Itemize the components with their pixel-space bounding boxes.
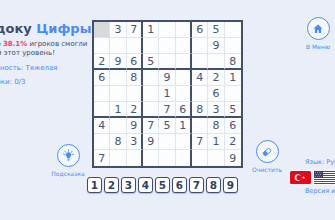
sudoku-cell-r9c5[interactable] [159,150,175,166]
numpad-button-2[interactable]: 2 [104,177,119,193]
sudoku-cell-r6c4[interactable] [143,102,159,118]
sudoku-cell-r8c6[interactable] [176,134,192,150]
sudoku-cell-r8c9[interactable]: 2 [225,134,241,150]
stat-percent: 38.1% [3,40,27,48]
sudoku-cell-r2c5[interactable] [159,38,175,54]
sudoku-cell-r4c6[interactable] [176,70,192,86]
sudoku-cell-r6c1[interactable] [94,102,110,118]
stat-line1-suffix: игроков смогли [29,40,87,48]
menu-button-circle[interactable] [307,17,330,40]
clear-button-circle[interactable] [256,140,279,163]
sudoku-cell-r5c8[interactable]: 6 [208,86,224,102]
sudoku-cell-r3c4[interactable]: 5 [143,54,159,70]
sudoku-cell-r3c8[interactable] [208,54,224,70]
sudoku-cell-r7c1[interactable]: 4 [94,118,110,134]
title-accent: Цифры [36,21,91,36]
sudoku-cell-r6c5[interactable]: 7 [159,102,175,118]
sudoku-cell-r9c4[interactable] [143,150,159,166]
sudoku-cell-r7c6[interactable]: 1 [176,118,192,134]
clear-button[interactable]: Очистить [254,140,280,173]
home-icon [312,23,324,35]
sudoku-cell-r4c2[interactable] [110,70,126,86]
numpad-button-4[interactable]: 4 [138,177,153,193]
hint-button[interactable]: Подсказка [55,144,81,177]
language-label: Язык: Русский [305,158,335,166]
sudoku-cell-r4c8[interactable]: 2 [208,70,224,86]
sudoku-cell-r2c7[interactable] [192,38,208,54]
eraser-icon [261,146,273,158]
sudoku-cell-r9c3[interactable] [127,150,143,166]
sudoku-cell-r3c2[interactable]: 9 [110,54,126,70]
turkey-flag[interactable] [290,171,311,184]
sudoku-cell-r3c3[interactable]: 6 [127,54,143,70]
sudoku-cell-r2c4[interactable] [143,38,159,54]
version-label: Версия игры [305,187,335,195]
sudoku-cell-r9c1[interactable]: 7 [94,150,110,166]
numpad-button-3[interactable]: 3 [121,177,136,193]
sudoku-cell-r5c5[interactable]: 1 [159,86,175,102]
sudoku-cell-r9c8[interactable] [208,150,224,166]
sudoku-cell-r4c4[interactable] [143,70,159,86]
sudoku-cell-r1c5[interactable] [159,22,175,38]
sudoku-cell-r9c6[interactable] [176,150,192,166]
sudoku-cell-r5c4[interactable] [143,86,159,102]
sudoku-cell-r7c9[interactable]: 6 [225,118,241,134]
lightbulb-icon [62,149,75,162]
sudoku-cell-r2c6[interactable] [176,38,192,54]
sudoku-cell-r7c4[interactable]: 7 [143,118,159,134]
clear-button-label: Очистить [252,166,282,173]
sudoku-cell-r6c3[interactable]: 2 [127,102,143,118]
sudoku-cell-r8c4[interactable]: 9 [143,134,159,150]
sudoku-cell-r6c8[interactable]: 3 [208,102,224,118]
sudoku-cell-r1c8[interactable]: 5 [208,22,224,38]
numpad-button-8[interactable]: 8 [206,177,221,193]
numpad-button-9[interactable]: 9 [223,177,238,193]
sudoku-cell-r3c1[interactable]: 2 [94,54,110,70]
sudoku-cell-r2c9[interactable] [225,38,241,54]
sudoku-cell-r1c7[interactable]: 6 [192,22,208,38]
sudoku-cell-r1c3[interactable]: 7 [127,22,143,38]
sudoku-cell-r5c9[interactable] [225,86,241,102]
sudoku-cell-r2c1[interactable] [94,38,110,54]
sudoku-cell-r5c1[interactable] [94,86,110,102]
mistakes-counter: Ошибки: 0/3 [0,78,25,86]
sudoku-cell-r4c5[interactable]: 9 [159,70,175,86]
sudoku-cell-r7c3[interactable]: 9 [127,118,143,134]
difficulty-label: Сложность: Тяжелая [0,64,58,72]
sudoku-cell-r4c7[interactable]: 4 [192,70,208,86]
sudoku-cell-r8c3[interactable]: 3 [127,134,143,150]
sudoku-cell-r3c6[interactable] [176,54,192,70]
numpad-button-6[interactable]: 6 [172,177,187,193]
sudoku-cell-r7c7[interactable] [192,118,208,134]
sudoku-cell-r4c9[interactable]: 1 [225,70,241,86]
sudoku-cell-r3c9[interactable]: 8 [225,54,241,70]
sudoku-cell-r8c2[interactable]: 8 [110,134,126,150]
hint-button-label: Подсказка [51,170,84,177]
sudoku-cell-r8c7[interactable]: 7 [192,134,208,150]
sudoku-cell-r8c1[interactable] [94,134,110,150]
numpad-button-5[interactable]: 5 [155,177,170,193]
sudoku-cell-r6c2[interactable]: 1 [110,102,126,118]
sudoku-cell-r1c4[interactable]: 1 [143,22,159,38]
sudoku-cell-r2c3[interactable] [127,38,143,54]
sudoku-cell-r6c6[interactable]: 6 [176,102,192,118]
sudoku-cell-r7c8[interactable]: 8 [208,118,224,134]
page-title: Судоку Цифры [0,21,91,36]
numpad-button-7[interactable]: 7 [189,177,204,193]
title-prefix: Судоку [0,21,32,36]
sudoku-cell-r1c9[interactable] [225,22,241,38]
sudoku-cell-r7c5[interactable]: 5 [159,118,175,134]
sudoku-board: 3716592965868942116127683549751868397127… [92,20,243,168]
sudoku-cell-r6c7[interactable]: 8 [192,102,208,118]
numpad-button-1[interactable]: 1 [87,177,102,193]
stat-line1-prefix: Только [0,40,1,48]
sudoku-cell-r9c7[interactable] [192,150,208,166]
sudoku-cell-r8c5[interactable] [159,134,175,150]
sudoku-cell-r2c8[interactable]: 9 [208,38,224,54]
sudoku-cell-r3c7[interactable] [192,54,208,70]
menu-button[interactable]: В Меню [305,17,331,50]
sudoku-cell-r2c2[interactable] [110,38,126,54]
sudoku-cell-r5c2[interactable] [110,86,126,102]
sudoku-cell-r5c6[interactable] [176,86,192,102]
sudoku-cell-r1c2[interactable]: 3 [110,22,126,38]
language-flags [290,171,335,184]
sudoku-cell-r9c2[interactable] [110,150,126,166]
stat-line2: пройти этот уровень! [0,49,55,57]
sudoku-cell-r9c9[interactable]: 9 [225,150,241,166]
sudoku-cell-r4c3[interactable]: 8 [127,70,143,86]
sudoku-cell-r5c3[interactable] [127,86,143,102]
sudoku-cell-r3c5[interactable] [159,54,175,70]
hint-button-circle[interactable] [57,144,80,167]
sudoku-cell-r7c2[interactable] [110,118,126,134]
sudoku-cell-r5c7[interactable] [192,86,208,102]
sudoku-cell-r1c6[interactable] [176,22,192,38]
sudoku-cell-r6c9[interactable]: 5 [225,102,241,118]
number-pad: 123456789 [87,177,238,193]
sudoku-cell-r4c1[interactable]: 6 [94,70,110,86]
sudoku-cell-r1c1[interactable] [94,22,110,38]
usa-flag[interactable] [314,171,335,184]
menu-button-label: В Меню [306,43,330,50]
sudoku-cell-r8c8[interactable]: 1 [208,134,224,150]
